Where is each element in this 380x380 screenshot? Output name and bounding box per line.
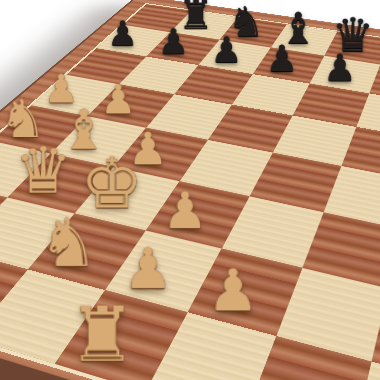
white-knight-c2[interactable]: ♞ [39,210,99,276]
black-pawn-b7[interactable]: ♟ [158,24,189,59]
square-f3[interactable] [302,212,380,288]
black-pawn-a7[interactable]: ♟ [107,17,138,51]
black-pawn-c7[interactable]: ♟ [211,32,243,68]
chess-board: ♜♞♝♛♟♟♟♟♟♟♟♞♝♟♛♚♟♝♞♟♟♜ [0,0,380,380]
black-pawn-e7[interactable]: ♟ [323,49,356,86]
white-bishop-b2[interactable]: ♝ [0,191,24,256]
board-grid: ♜♞♝♛♟♟♟♟♟♟♟♞♝♟♛♚♟♝♞♟♟♜ [0,3,380,380]
white-pawn-d3[interactable]: ♟ [162,186,207,236]
white-rook-d1[interactable]: ♜ [68,297,136,372]
black-pawn-d7[interactable]: ♟ [266,41,299,77]
white-pawn-d2[interactable]: ♟ [123,241,173,297]
chess-set-product-photo: ♜♞♝♛♟♟♟♟♟♟♟♞♝♟♛♚♟♝♞♟♟♜ [0,0,380,380]
white-pawn-e2[interactable]: ♟ [207,262,259,320]
board-perspective-wrap: ♜♞♝♛♟♟♟♟♟♟♟♞♝♟♛♚♟♝♞♟♟♜ [0,0,380,380]
